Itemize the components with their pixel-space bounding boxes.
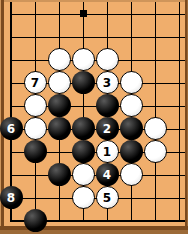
stone-black	[120, 140, 143, 163]
intersection	[23, 2, 47, 25]
intersection	[143, 71, 167, 94]
stone-black: 2	[96, 117, 119, 140]
intersection	[71, 2, 95, 25]
intersection	[47, 209, 71, 232]
intersection: 8	[0, 186, 23, 209]
intersection	[47, 2, 71, 25]
intersection	[119, 2, 143, 25]
intersection	[47, 163, 71, 186]
stone-black	[96, 94, 119, 117]
intersection	[167, 186, 188, 209]
intersection	[23, 117, 47, 140]
intersection	[95, 209, 119, 232]
intersection	[23, 25, 47, 48]
intersection: 1	[95, 140, 119, 163]
stone-white	[48, 71, 71, 94]
stone-black	[48, 163, 71, 186]
stone-white: 7	[24, 71, 47, 94]
star-point	[80, 10, 87, 17]
intersection	[167, 94, 188, 117]
intersection	[47, 140, 71, 163]
stone-white	[24, 117, 47, 140]
intersection: 5	[95, 186, 119, 209]
intersection	[0, 71, 23, 94]
stone-white	[120, 71, 143, 94]
intersection	[71, 163, 95, 186]
stone-white	[48, 48, 71, 71]
move-label: 6	[7, 123, 15, 135]
intersection	[23, 140, 47, 163]
intersection	[0, 48, 23, 71]
intersection	[95, 48, 119, 71]
intersection	[0, 94, 23, 117]
intersection	[47, 25, 71, 48]
intersection	[23, 209, 47, 232]
move-label: 8	[7, 192, 15, 204]
intersection	[47, 94, 71, 117]
stone-black	[72, 140, 95, 163]
intersection	[0, 140, 23, 163]
stone-white	[24, 94, 47, 117]
intersection	[71, 71, 95, 94]
intersection	[143, 48, 167, 71]
stone-black: 6	[0, 117, 23, 140]
intersection	[71, 117, 95, 140]
stone-white	[120, 163, 143, 186]
intersection	[143, 25, 167, 48]
stone-white: 3	[96, 71, 119, 94]
intersection	[143, 94, 167, 117]
intersection	[95, 94, 119, 117]
intersection	[119, 25, 143, 48]
stone-black	[120, 117, 143, 140]
intersection	[167, 117, 188, 140]
stone-white	[72, 163, 95, 186]
intersection	[167, 2, 188, 25]
intersection	[119, 186, 143, 209]
go-board: 73621485	[0, 2, 188, 232]
stone-white	[72, 186, 95, 209]
stone-white	[144, 117, 167, 140]
stone-white: 1	[96, 140, 119, 163]
stone-white	[96, 48, 119, 71]
stone-black: 4	[96, 163, 119, 186]
intersection: 6	[0, 117, 23, 140]
intersection	[167, 71, 188, 94]
intersection	[47, 71, 71, 94]
intersection	[0, 209, 23, 232]
stone-white	[120, 94, 143, 117]
intersection	[167, 140, 188, 163]
stone-white: 5	[96, 186, 119, 209]
intersection	[119, 94, 143, 117]
intersection	[143, 117, 167, 140]
intersection: 2	[95, 117, 119, 140]
intersection	[143, 2, 167, 25]
intersection	[167, 209, 188, 232]
intersection	[119, 48, 143, 71]
intersection: 4	[95, 163, 119, 186]
intersection	[119, 71, 143, 94]
intersection	[143, 140, 167, 163]
intersection	[0, 2, 23, 25]
intersection	[119, 117, 143, 140]
intersection	[71, 25, 95, 48]
intersection	[23, 163, 47, 186]
intersection	[0, 25, 23, 48]
intersection	[119, 163, 143, 186]
intersection	[47, 186, 71, 209]
intersection	[23, 94, 47, 117]
intersection	[119, 209, 143, 232]
intersection	[143, 209, 167, 232]
intersection	[71, 140, 95, 163]
intersection	[143, 186, 167, 209]
stone-black	[72, 71, 95, 94]
move-label: 1	[103, 146, 111, 158]
intersection	[71, 48, 95, 71]
intersection: 7	[23, 71, 47, 94]
intersection	[47, 117, 71, 140]
intersection	[167, 25, 188, 48]
intersection	[23, 186, 47, 209]
intersection	[71, 94, 95, 117]
stone-black	[24, 140, 47, 163]
stone-black	[24, 209, 47, 232]
stone-black: 8	[0, 186, 23, 209]
stone-black	[48, 94, 71, 117]
stone-white	[72, 48, 95, 71]
intersection	[23, 48, 47, 71]
intersection	[167, 48, 188, 71]
go-diagram: 73621485	[0, 0, 188, 234]
intersection	[47, 48, 71, 71]
stone-black	[48, 117, 71, 140]
intersection	[95, 2, 119, 25]
intersection	[71, 186, 95, 209]
stone-white	[144, 140, 167, 163]
intersection	[119, 140, 143, 163]
move-label: 5	[103, 192, 111, 204]
intersection: 3	[95, 71, 119, 94]
move-label: 7	[31, 77, 39, 89]
intersection	[167, 163, 188, 186]
move-label: 3	[103, 77, 111, 89]
intersection	[143, 163, 167, 186]
intersection	[95, 25, 119, 48]
move-label: 2	[103, 123, 111, 135]
move-label: 4	[103, 169, 111, 181]
intersection	[0, 163, 23, 186]
stone-black	[72, 117, 95, 140]
intersection	[71, 209, 95, 232]
